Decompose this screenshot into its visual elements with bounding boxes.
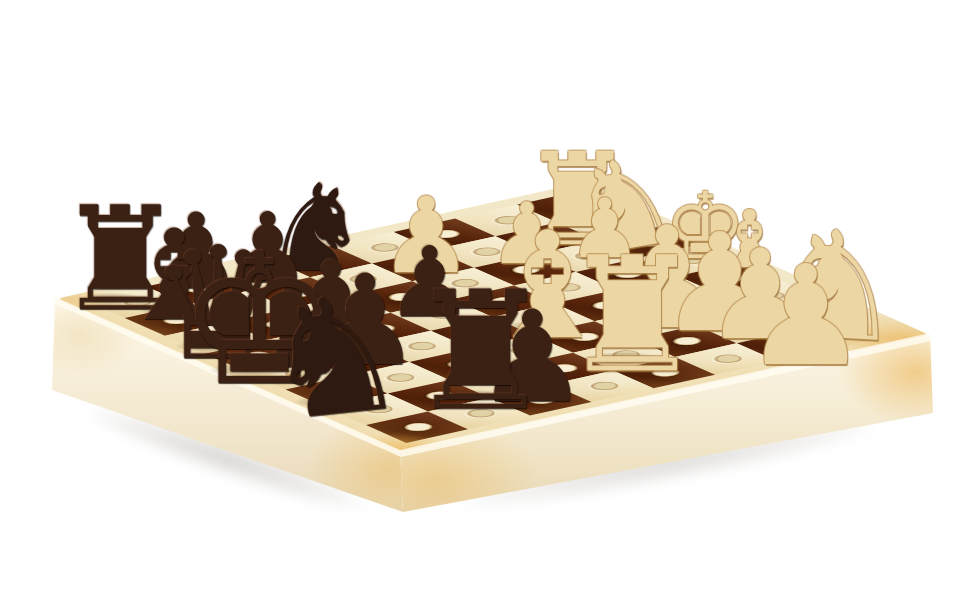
pieces-layer: ♜♞♟♚♟♞♝♟♟♟♜♟♝♟♟♝♞♟♟♛♟♟♝♜♚♟♜♞	[0, 0, 980, 614]
piece-white-pawn-g1: ♟	[744, 248, 852, 356]
photo-scene: ♜♞♟♚♟♞♝♟♟♟♜♟♝♟♟♝♞♟♟♛♟♟♝♜♚♟♜♞	[0, 0, 980, 614]
piece-black-knight-a3: ♞	[267, 278, 393, 404]
rook-glyph: ♜	[407, 270, 535, 434]
pawn-glyph: ♟	[744, 248, 852, 386]
piece-black-rook-b1: ♜	[407, 270, 535, 398]
knight-glyph: ♞	[254, 272, 396, 446]
